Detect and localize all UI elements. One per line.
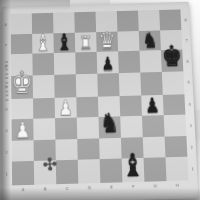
square-c2[interactable]	[55, 139, 77, 161]
rank-label-right-8: 8	[184, 17, 187, 22]
file-label-b: B	[44, 186, 47, 191]
square-a1[interactable]	[12, 161, 34, 185]
file-label-h: H	[176, 183, 179, 188]
vinyl-chess-mat: ♝♝♜♛♞♟♚♚♟♟♟♞♝ ABCDEFGH 87654321 87654321…	[2, 2, 199, 200]
square-e6[interactable]: ♟	[97, 51, 119, 73]
white-pawn[interactable]: ♟	[15, 118, 30, 139]
square-g1[interactable]	[144, 157, 167, 181]
rank-label-left-1: 1	[5, 172, 8, 177]
square-e5[interactable]	[97, 73, 119, 96]
square-d7[interactable]: ♜	[75, 32, 97, 53]
rank-label-right-7: 7	[185, 38, 188, 43]
file-label-a: A	[22, 187, 25, 192]
brand-text-smudge	[5, 61, 8, 101]
black-bishop[interactable]: ♝	[56, 31, 72, 53]
square-f3[interactable]	[120, 116, 143, 138]
square-d5[interactable]	[76, 74, 98, 97]
square-e1[interactable]	[100, 159, 123, 183]
rank-label-left-3: 3	[5, 128, 8, 133]
black-bishop[interactable]: ♝	[122, 151, 145, 181]
file-label-f: F	[132, 184, 134, 189]
square-b4[interactable]	[33, 98, 55, 119]
square-g2[interactable]	[143, 136, 166, 158]
square-b3[interactable]	[33, 118, 55, 140]
square-c4[interactable]: ♟	[55, 97, 77, 118]
rank-label-right-1: 1	[191, 167, 194, 172]
rank-label-left-4: 4	[5, 106, 8, 111]
rank-label-right-6: 6	[186, 59, 189, 64]
black-king[interactable]: ♚	[161, 43, 182, 71]
square-e2[interactable]	[99, 138, 122, 160]
rank-label-left-2: 2	[5, 150, 8, 155]
square-c6[interactable]	[54, 52, 76, 74]
square-c7[interactable]: ♝	[53, 32, 75, 53]
rank-label-left-8: 8	[4, 22, 7, 27]
white-pawn[interactable]: ♟	[58, 98, 73, 118]
square-d8[interactable]	[74, 12, 96, 33]
square-f6[interactable]	[118, 51, 140, 73]
chess-board[interactable]: ♝♝♜♛♞♟♚♚♟♟♟♞♝	[11, 9, 189, 185]
square-b6[interactable]	[32, 53, 54, 75]
square-d6[interactable]	[75, 52, 97, 74]
square-d2[interactable]	[77, 138, 99, 160]
white-queen[interactable]: ♛	[98, 28, 115, 51]
square-h6[interactable]: ♚	[161, 50, 183, 72]
rank-label-right-4: 4	[188, 101, 191, 106]
file-label-d: D	[88, 185, 91, 190]
square-f1[interactable]: ♝	[122, 158, 145, 182]
file-label-g: G	[154, 183, 157, 188]
square-e3[interactable]: ♞	[99, 117, 121, 139]
square-d1[interactable]	[78, 159, 101, 183]
rank-label-right-5: 5	[187, 80, 190, 85]
square-g6[interactable]	[140, 50, 162, 72]
square-a2[interactable]	[12, 140, 34, 162]
square-c1[interactable]	[56, 160, 78, 184]
compass-rose-logo: ✣	[42, 154, 58, 175]
black-knight[interactable]: ♞	[142, 30, 158, 50]
square-f7[interactable]	[117, 31, 139, 52]
square-g5[interactable]	[140, 72, 162, 95]
square-h2[interactable]	[165, 136, 188, 158]
square-b5[interactable]	[33, 75, 55, 98]
white-bishop[interactable]: ♝	[35, 31, 51, 53]
square-h4[interactable]	[163, 94, 186, 115]
square-b7[interactable]: ♝	[32, 33, 54, 54]
black-pawn[interactable]: ♟	[145, 95, 160, 115]
white-rook[interactable]: ♜	[79, 34, 93, 52]
square-g7[interactable]: ♞	[139, 30, 161, 51]
white-king[interactable]: ♚	[11, 69, 32, 98]
square-f4[interactable]	[120, 95, 142, 116]
square-e7[interactable]: ♛	[96, 31, 118, 52]
square-h5[interactable]	[162, 71, 185, 94]
square-h1[interactable]	[165, 157, 188, 181]
square-c3[interactable]	[55, 118, 77, 140]
square-a7[interactable]	[11, 33, 33, 54]
chessboard-photo: ♝♝♜♛♞♟♚♚♟♟♟♞♝ ABCDEFGH 87654321 87654321…	[0, 0, 200, 200]
square-a8[interactable]	[11, 13, 33, 34]
square-a3[interactable]: ♟	[12, 119, 34, 141]
square-g3[interactable]	[142, 115, 165, 137]
rank-label-right-3: 3	[189, 123, 192, 128]
square-a5[interactable]: ♚	[11, 75, 33, 98]
square-f8[interactable]	[117, 11, 139, 32]
black-knight[interactable]: ♞	[100, 111, 119, 137]
square-h3[interactable]	[164, 115, 187, 137]
square-h8[interactable]	[159, 9, 181, 30]
file-label-e: E	[110, 185, 113, 190]
square-g4[interactable]: ♟	[141, 95, 164, 116]
rank-label-right-2: 2	[190, 145, 193, 150]
square-d3[interactable]	[77, 117, 99, 139]
file-label-c: C	[66, 186, 69, 191]
square-d4[interactable]	[76, 96, 98, 117]
black-pawn[interactable]: ♟	[101, 56, 114, 73]
square-c5[interactable]	[54, 74, 76, 97]
square-f5[interactable]	[119, 72, 141, 95]
rank-label-left-7: 7	[5, 43, 8, 48]
